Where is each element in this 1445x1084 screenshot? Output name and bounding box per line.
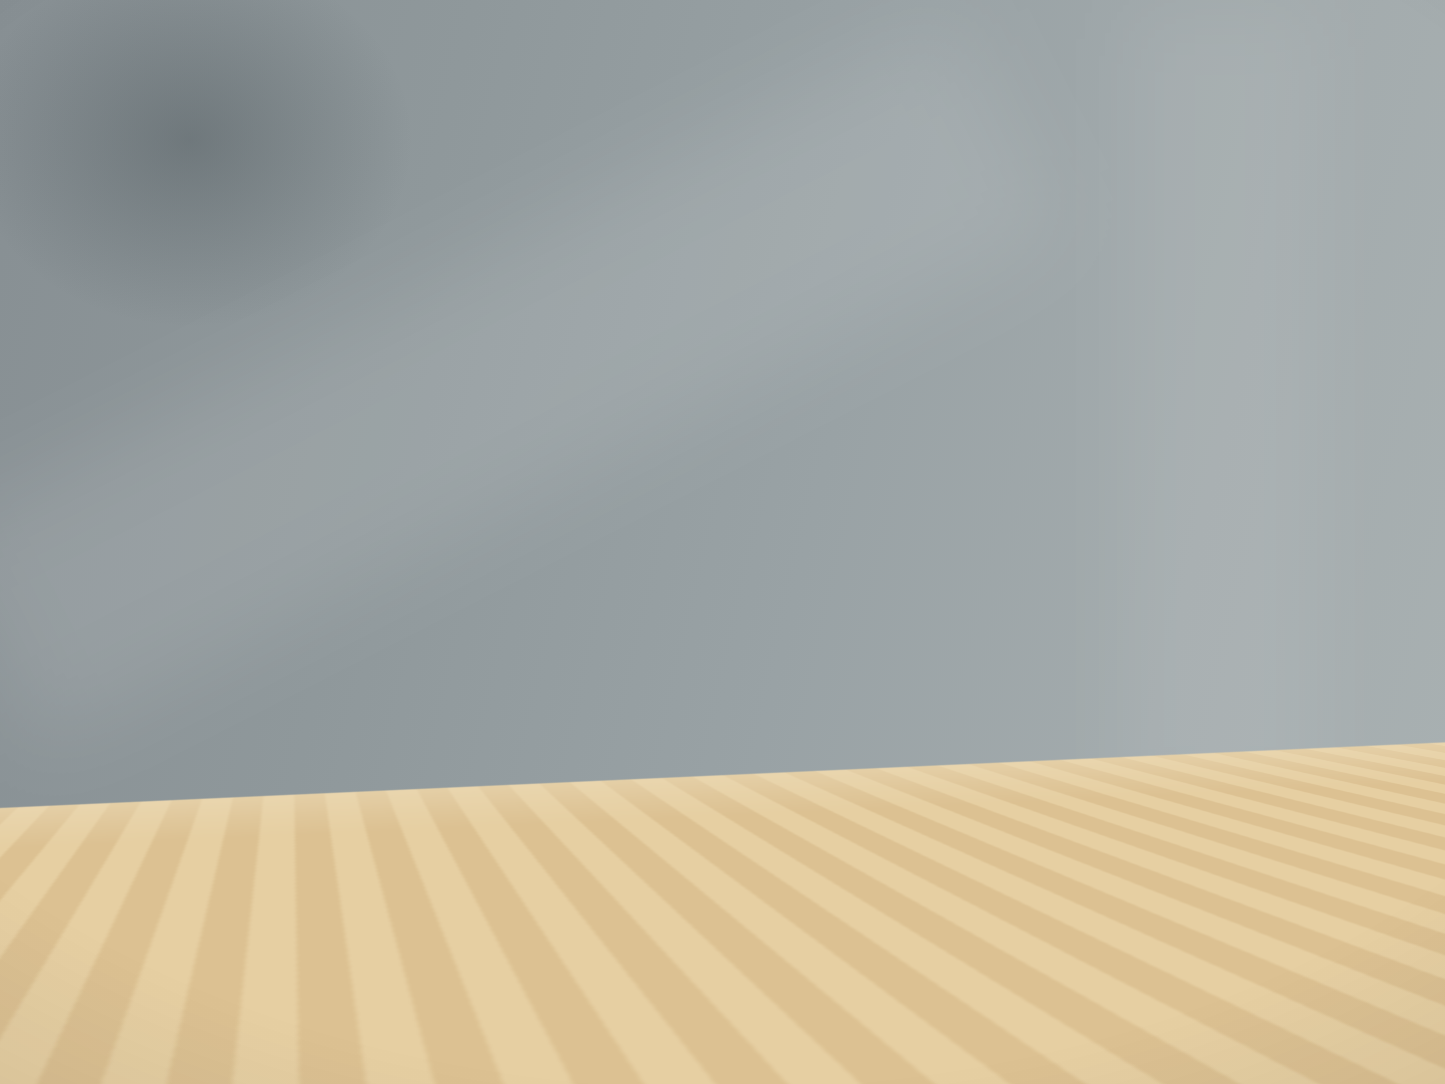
photo-scene <box>0 0 1445 1084</box>
pieces-layer <box>0 0 1445 1084</box>
